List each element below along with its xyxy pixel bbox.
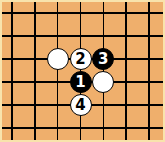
stone-white xyxy=(92,71,114,93)
grid-line-horizontal xyxy=(0,12,165,13)
grid-line-vertical xyxy=(125,0,126,142)
grid-line-vertical xyxy=(57,0,58,142)
grid-line-vertical xyxy=(11,0,12,142)
grid-line-horizontal xyxy=(0,35,165,36)
stone-white-move-2: 2 xyxy=(70,48,92,70)
go-board-diagram: 2314 xyxy=(0,0,165,142)
stone-white-move-4: 4 xyxy=(70,94,92,116)
stone-black-move-3: 3 xyxy=(92,48,114,70)
grid-line-vertical xyxy=(148,0,149,142)
stone-white xyxy=(47,48,69,70)
grid-line-horizontal xyxy=(0,127,165,128)
move-number-label: 1 xyxy=(75,75,85,90)
move-number-label: 4 xyxy=(75,98,85,113)
stone-black-move-1: 1 xyxy=(70,71,92,93)
grid-line-vertical xyxy=(34,0,35,142)
move-number-label: 3 xyxy=(98,52,108,67)
move-number-label: 2 xyxy=(75,52,85,67)
